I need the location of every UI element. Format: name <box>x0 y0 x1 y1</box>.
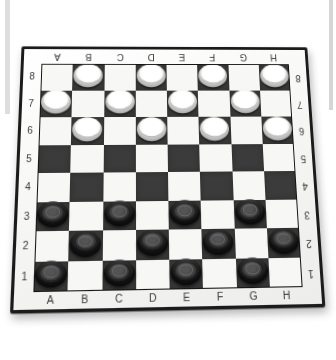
square-c3[interactable] <box>103 201 136 231</box>
square-g8[interactable] <box>228 64 260 90</box>
square-c5[interactable] <box>103 144 136 172</box>
square-d5[interactable] <box>136 144 168 172</box>
corner-top-right <box>288 50 306 64</box>
black-piece[interactable] <box>103 260 135 287</box>
square-e5[interactable] <box>168 144 201 172</box>
square-a1[interactable] <box>33 261 68 292</box>
square-c4[interactable] <box>103 172 136 201</box>
square-a6[interactable] <box>39 117 72 145</box>
square-d2[interactable] <box>136 230 169 260</box>
square-h5[interactable] <box>262 143 295 171</box>
square-a8[interactable] <box>40 64 72 90</box>
white-piece[interactable] <box>168 90 198 113</box>
rank-label-right-4: 4 <box>295 171 314 199</box>
square-f1[interactable] <box>202 258 236 289</box>
square-d6[interactable] <box>136 117 168 144</box>
square-h3[interactable] <box>265 199 299 228</box>
square-b7[interactable] <box>72 90 104 117</box>
black-piece[interactable] <box>170 259 202 286</box>
file-label-top-b: B <box>73 49 105 64</box>
file-label-top-a: A <box>41 49 73 64</box>
checkers-board: ABCDEFGH8877665544332211ABCDEFGH <box>10 46 325 313</box>
rank-label-right-5: 5 <box>294 143 313 171</box>
square-a5[interactable] <box>38 145 72 173</box>
white-piece[interactable] <box>260 64 290 87</box>
file-label-bottom-b: B <box>67 291 102 309</box>
square-g6[interactable] <box>230 117 262 144</box>
white-piece[interactable] <box>230 90 260 113</box>
corner-bottom-left <box>13 292 33 310</box>
rank-label-right-8: 8 <box>289 64 308 90</box>
square-e3[interactable] <box>168 200 201 229</box>
rank-label-left-8: 8 <box>23 64 42 91</box>
file-label-bottom-e: E <box>170 289 204 307</box>
file-label-bottom-c: C <box>102 290 136 308</box>
file-label-bottom-a: A <box>33 291 68 309</box>
file-label-top-e: E <box>166 50 197 65</box>
rank-label-left-1: 1 <box>14 261 34 292</box>
rank-label-left-5: 5 <box>19 145 38 173</box>
square-f7[interactable] <box>198 90 230 117</box>
square-g7[interactable] <box>229 90 261 117</box>
square-f5[interactable] <box>199 144 232 172</box>
white-piece[interactable] <box>137 117 167 141</box>
square-h4[interactable] <box>264 171 297 199</box>
file-label-bottom-f: F <box>203 288 237 306</box>
square-b4[interactable] <box>70 173 103 202</box>
square-a3[interactable] <box>36 201 70 231</box>
square-g1[interactable] <box>235 258 269 289</box>
black-piece[interactable] <box>203 229 234 255</box>
file-label-top-c: C <box>104 49 135 64</box>
file-label-bottom-h: H <box>270 287 304 305</box>
square-d4[interactable] <box>136 172 169 201</box>
file-label-top-g: G <box>227 50 258 64</box>
square-b8[interactable] <box>72 64 104 90</box>
black-piece[interactable] <box>268 228 300 254</box>
white-piece[interactable] <box>74 64 104 87</box>
photo-edge-artifact-right <box>329 0 333 110</box>
square-e6[interactable] <box>167 117 199 144</box>
square-b6[interactable] <box>71 117 104 145</box>
square-g3[interactable] <box>233 199 267 228</box>
square-d1[interactable] <box>136 259 170 290</box>
square-e1[interactable] <box>169 259 203 290</box>
square-a7[interactable] <box>40 90 73 117</box>
rank-label-left-2: 2 <box>15 231 35 261</box>
square-a4[interactable] <box>37 173 71 202</box>
square-a2[interactable] <box>34 231 69 262</box>
square-c7[interactable] <box>104 90 136 117</box>
file-label-bottom-d: D <box>136 290 170 308</box>
square-f8[interactable] <box>197 64 229 90</box>
rank-label-right-6: 6 <box>292 116 311 143</box>
square-h8[interactable] <box>258 64 290 90</box>
square-b3[interactable] <box>69 201 103 231</box>
square-g5[interactable] <box>231 144 264 172</box>
rank-label-right-3: 3 <box>297 199 317 228</box>
square-h2[interactable] <box>267 228 301 258</box>
square-d3[interactable] <box>136 200 169 229</box>
white-piece[interactable] <box>200 117 230 141</box>
white-piece[interactable] <box>72 117 102 141</box>
corner-top-left <box>24 49 42 64</box>
square-h1[interactable] <box>268 257 302 288</box>
rank-label-right-7: 7 <box>290 90 309 116</box>
square-d7[interactable] <box>136 90 168 117</box>
corner-bottom-right <box>303 287 322 304</box>
black-piece[interactable] <box>35 261 68 289</box>
square-g2[interactable] <box>234 228 268 258</box>
square-d8[interactable] <box>135 64 166 90</box>
rank-label-right-1: 1 <box>301 257 321 287</box>
square-f4[interactable] <box>200 171 233 200</box>
black-piece[interactable] <box>37 201 69 227</box>
square-e4[interactable] <box>168 172 201 201</box>
file-label-top-f: F <box>197 50 228 64</box>
square-g4[interactable] <box>232 171 265 200</box>
square-c2[interactable] <box>102 230 136 260</box>
square-b5[interactable] <box>70 144 103 172</box>
file-label-bottom-g: G <box>237 288 271 306</box>
white-piece[interactable] <box>105 90 135 114</box>
square-f2[interactable] <box>202 229 236 259</box>
square-c6[interactable] <box>103 117 135 145</box>
square-b2[interactable] <box>68 230 102 260</box>
black-piece[interactable] <box>234 199 265 225</box>
square-e7[interactable] <box>167 90 199 117</box>
square-h6[interactable] <box>261 117 294 144</box>
square-f6[interactable] <box>199 117 231 144</box>
board-grid: ABCDEFGH8877665544332211ABCDEFGH <box>10 46 325 313</box>
rank-label-left-3: 3 <box>17 202 37 232</box>
white-piece[interactable] <box>41 90 71 114</box>
photo-edge-artifact-left <box>5 0 10 114</box>
rank-label-right-2: 2 <box>299 228 319 258</box>
file-label-top-h: H <box>258 50 289 64</box>
square-e8[interactable] <box>166 64 198 90</box>
white-piece[interactable] <box>198 64 227 87</box>
black-piece[interactable] <box>137 229 168 256</box>
black-piece[interactable] <box>237 258 269 285</box>
black-piece[interactable] <box>104 201 135 227</box>
rank-label-left-7: 7 <box>21 90 40 117</box>
square-b1[interactable] <box>68 260 102 291</box>
square-c1[interactable] <box>102 260 136 291</box>
file-label-top-d: D <box>135 49 166 64</box>
square-c8[interactable] <box>104 64 136 90</box>
rank-label-left-4: 4 <box>18 173 38 202</box>
white-piece[interactable] <box>262 116 292 140</box>
black-piece[interactable] <box>170 200 201 226</box>
square-h7[interactable] <box>260 90 292 117</box>
square-e2[interactable] <box>169 229 203 259</box>
black-piece[interactable] <box>70 230 102 257</box>
white-piece[interactable] <box>137 64 166 87</box>
rank-label-left-6: 6 <box>20 117 39 145</box>
square-f3[interactable] <box>201 200 234 229</box>
